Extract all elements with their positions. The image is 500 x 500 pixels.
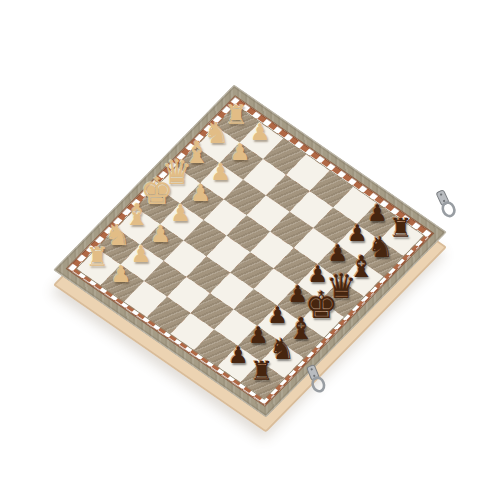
piece-black-pawn[interactable]: ♟ [367, 202, 388, 225]
piece-black-pawn[interactable]: ♟ [267, 304, 288, 327]
piece-black-pawn[interactable]: ♟ [248, 324, 269, 347]
metal-clasp-icon [426, 184, 467, 226]
piece-white-pawn[interactable]: ♟ [131, 243, 152, 266]
piece-black-pawn[interactable]: ♟ [307, 263, 328, 286]
product-photo: ♜♟♟♜♞♟♟♞♝♟♟♝♛♟♟♛♚♟♟♚♝♟♟♝♞♟♟♞♜♟♟♜ [0, 0, 500, 500]
piece-white-pawn[interactable]: ♟ [190, 182, 211, 205]
piece-black-pawn[interactable]: ♟ [228, 344, 249, 367]
piece-black-pawn[interactable]: ♟ [327, 242, 348, 265]
piece-white-pawn[interactable]: ♟ [111, 263, 132, 286]
piece-white-pawn[interactable]: ♟ [230, 141, 251, 164]
piece-black-rook[interactable]: ♜ [250, 358, 273, 384]
piece-white-pawn[interactable]: ♟ [210, 161, 231, 184]
piece-white-rook[interactable]: ♜ [86, 244, 109, 270]
decorative-checker-border: ♜♟♟♜♞♟♟♞♝♟♟♝♛♟♟♛♚♟♟♚♝♟♟♝♞♟♟♞♜♟♟♜ [66, 95, 435, 407]
piece-black-pawn[interactable]: ♟ [347, 222, 368, 245]
chess-board-grid: ♜♟♟♜♞♟♟♞♝♟♟♝♛♟♟♛♚♟♟♚♝♟♟♝♞♟♟♞♜♟♟♜ [76, 105, 425, 400]
piece-white-pawn[interactable]: ♟ [250, 121, 271, 144]
piece-white-pawn[interactable]: ♟ [150, 223, 171, 246]
piece-white-pawn[interactable]: ♟ [170, 202, 191, 225]
chess-board: ♜♟♟♜♞♟♟♞♝♟♟♝♛♟♟♛♚♟♟♚♝♟♟♝♞♟♟♞♜♟♟♜ [53, 84, 447, 417]
